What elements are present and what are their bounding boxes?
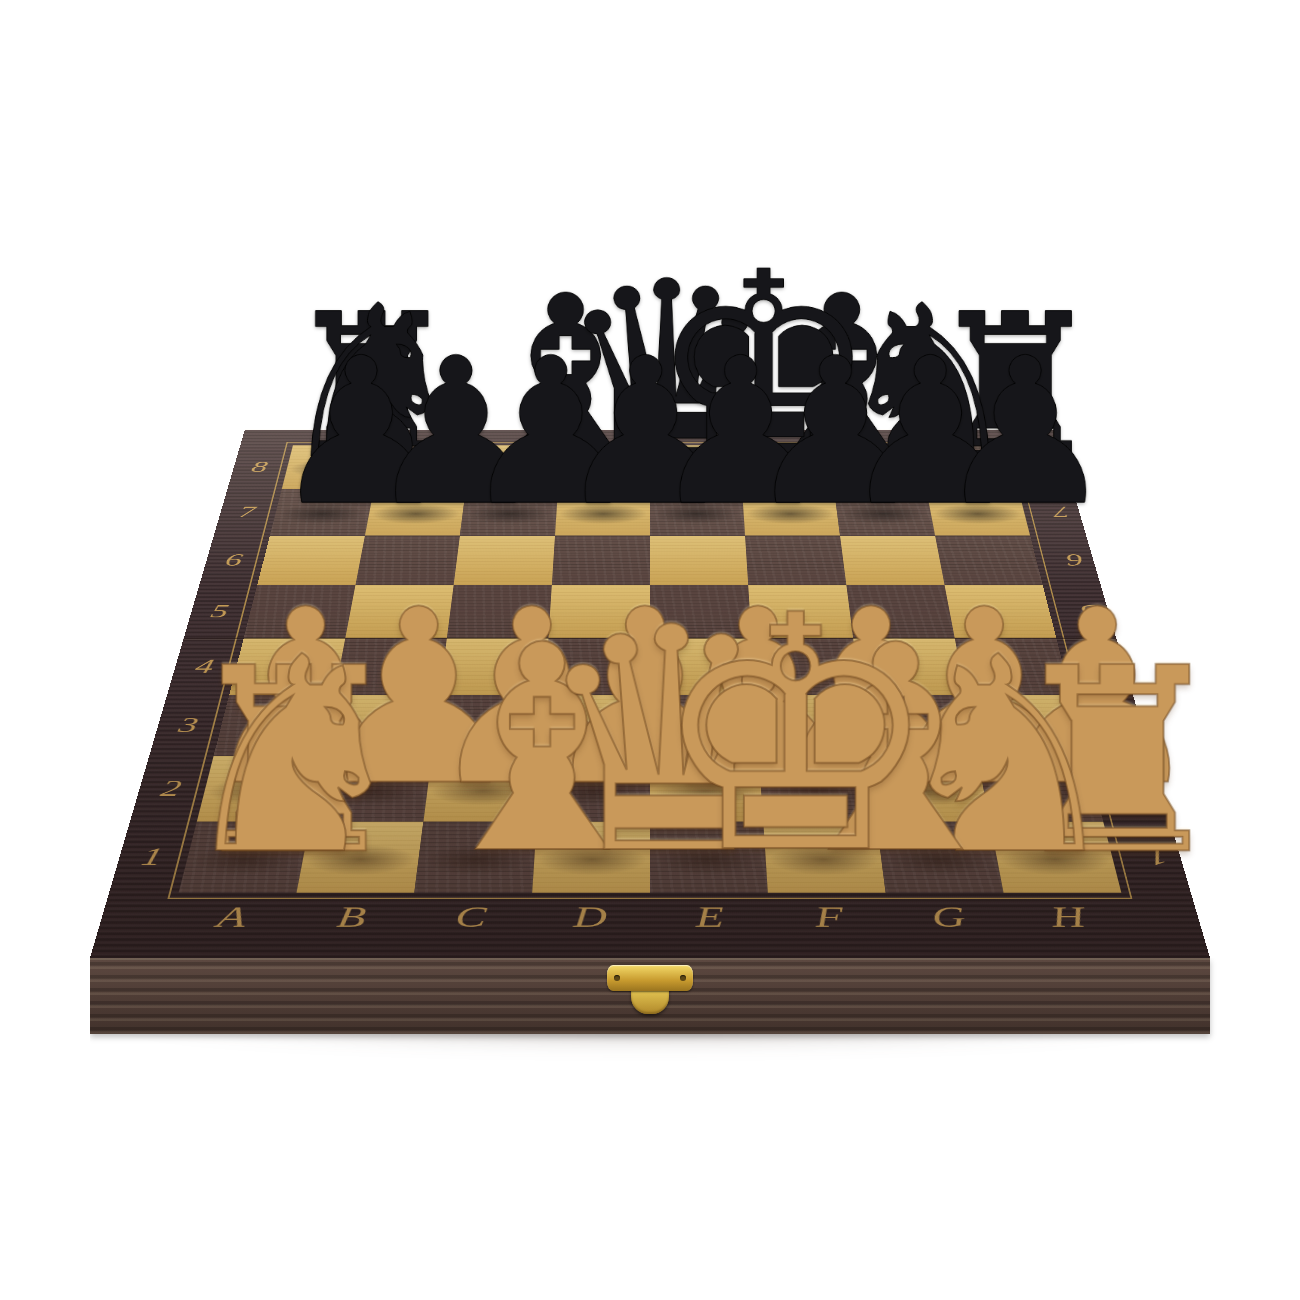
- white-bishop-c1[interactable]: ♝: [414, 608, 532, 893]
- brass-latch: [607, 965, 693, 1014]
- latch-plate: [607, 965, 693, 991]
- square-e7[interactable]: ♟: [650, 489, 745, 536]
- black-pawn-b7[interactable]: ♟: [365, 331, 460, 533]
- file-label-b: B: [289, 900, 414, 934]
- file-label-g: G: [887, 900, 1012, 934]
- file-labels: ABCDEFGH: [168, 898, 1133, 937]
- black-pawn-g7[interactable]: ♟: [840, 331, 935, 533]
- square-d1[interactable]: ♛: [532, 822, 650, 893]
- file-label-e: E: [650, 900, 770, 934]
- square-d7[interactable]: ♟: [555, 489, 650, 536]
- square-f7[interactable]: ♟: [742, 489, 840, 536]
- chess-board: ♜♞♝♛♚♝♞♜♟♟♟♟♟♟♟♟♟♟♟♟♟♟♟♟♜♞♝♛♚♝♞♜ ABCDEFG…: [90, 430, 1210, 958]
- square-g7[interactable]: ♟: [834, 489, 935, 536]
- square-c1[interactable]: ♝: [414, 822, 536, 893]
- black-pawn-h7[interactable]: ♟: [935, 331, 1030, 533]
- square-b7[interactable]: ♟: [365, 489, 466, 536]
- square-h7[interactable]: ♟: [926, 489, 1030, 536]
- white-queen-d1[interactable]: ♛: [532, 587, 650, 897]
- white-king-e1[interactable]: ♚: [650, 574, 768, 899]
- square-b1[interactable]: ♞: [296, 822, 423, 893]
- box-front-side: [90, 958, 1210, 1034]
- square-e1[interactable]: ♚: [650, 822, 768, 893]
- black-pawn-d7[interactable]: ♟: [555, 331, 650, 533]
- chess-set-photo: ♜♞♝♛♚♝♞♜♟♟♟♟♟♟♟♟♟♟♟♟♟♟♟♟♜♞♝♛♚♝♞♜ ABCDEFG…: [0, 0, 1300, 1300]
- rank-label-left-7: 7: [214, 489, 271, 536]
- square-a7[interactable]: ♟: [270, 489, 374, 536]
- board-grid: ♜♞♝♛♚♝♞♜♟♟♟♟♟♟♟♟♟♟♟♟♟♟♟♟♜♞♝♛♚♝♞♜: [179, 445, 1122, 892]
- file-label-c: C: [409, 900, 532, 934]
- latch-tab: [631, 987, 669, 1014]
- square-c7[interactable]: ♟: [460, 489, 558, 536]
- file-label-d: D: [530, 900, 650, 934]
- black-pawn-c7[interactable]: ♟: [460, 331, 555, 533]
- file-label-a: A: [168, 900, 295, 934]
- black-pawn-f7[interactable]: ♟: [745, 331, 840, 533]
- file-label-f: F: [768, 900, 891, 934]
- black-pawn-a7[interactable]: ♟: [271, 331, 366, 533]
- file-label-h: H: [1005, 900, 1132, 934]
- white-knight-b1[interactable]: ♞: [297, 621, 415, 891]
- perspective-scene: ♜♞♝♛♚♝♞♜♟♟♟♟♟♟♟♟♟♟♟♟♟♟♟♟♜♞♝♛♚♝♞♜ ABCDEFG…: [0, 0, 1300, 1300]
- black-pawn-e7[interactable]: ♟: [650, 331, 745, 533]
